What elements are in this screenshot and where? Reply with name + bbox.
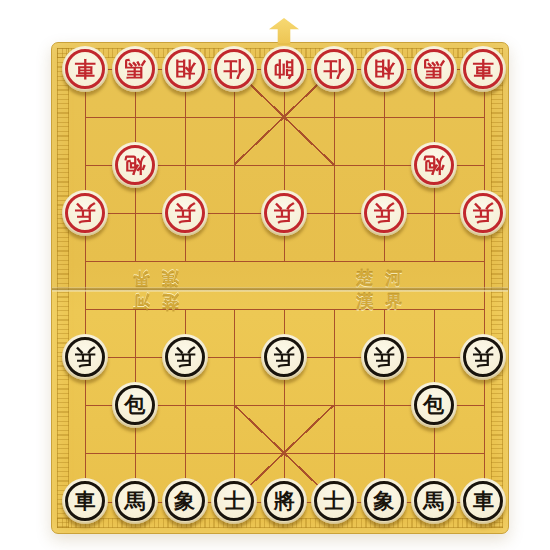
red-advisor-glyph: 仕: [314, 49, 354, 89]
fold-latch-arrow-icon: [269, 18, 299, 45]
red-horse-glyph: 馬: [414, 49, 454, 89]
piece-red-general[interactable]: 帥: [261, 46, 307, 92]
red-chariot-glyph: 車: [463, 49, 503, 89]
red-advisor-glyph: 仕: [214, 49, 254, 89]
red-horse-glyph: 馬: [115, 49, 155, 89]
black-soldier-glyph: 兵: [65, 337, 105, 377]
piece-red-soldier[interactable]: 兵: [62, 190, 108, 236]
screenshot-stage: 漢界 楚河 楚河 漢界 車馬相仕帥仕相馬車炮炮兵兵兵兵兵兵兵兵兵兵包包車馬象士將…: [0, 0, 550, 550]
black-advisor-glyph: 士: [314, 481, 354, 521]
black-elephant-glyph: 象: [165, 481, 205, 521]
piece-black-cannon[interactable]: 包: [112, 382, 158, 428]
piece-black-advisor[interactable]: 士: [211, 478, 257, 524]
black-soldier-glyph: 兵: [463, 337, 503, 377]
piece-red-advisor[interactable]: 仕: [311, 46, 357, 92]
piece-red-soldier[interactable]: 兵: [361, 190, 407, 236]
red-elephant-glyph: 相: [364, 49, 404, 89]
piece-red-elephant[interactable]: 相: [162, 46, 208, 92]
piece-red-horse[interactable]: 馬: [112, 46, 158, 92]
piece-black-cannon[interactable]: 包: [411, 382, 457, 428]
piece-red-chariot[interactable]: 車: [460, 46, 506, 92]
red-chariot-glyph: 車: [65, 49, 105, 89]
black-soldier-glyph: 兵: [165, 337, 205, 377]
piece-black-soldier[interactable]: 兵: [162, 334, 208, 380]
piece-red-elephant[interactable]: 相: [361, 46, 407, 92]
black-soldier-glyph: 兵: [264, 337, 304, 377]
piece-red-soldier[interactable]: 兵: [460, 190, 506, 236]
piece-black-elephant[interactable]: 象: [162, 478, 208, 524]
piece-red-cannon[interactable]: 炮: [411, 142, 457, 188]
pieces-layer: 車馬相仕帥仕相馬車炮炮兵兵兵兵兵兵兵兵兵兵包包車馬象士將士象馬車: [52, 43, 508, 533]
piece-red-soldier[interactable]: 兵: [162, 190, 208, 236]
piece-red-cannon[interactable]: 炮: [112, 142, 158, 188]
black-horse-glyph: 馬: [414, 481, 454, 521]
black-horse-glyph: 馬: [115, 481, 155, 521]
piece-black-elephant[interactable]: 象: [361, 478, 407, 524]
xiangqi-board: 漢界 楚河 楚河 漢界 車馬相仕帥仕相馬車炮炮兵兵兵兵兵兵兵兵兵兵包包車馬象士將…: [51, 42, 509, 534]
piece-black-chariot[interactable]: 車: [460, 478, 506, 524]
black-advisor-glyph: 士: [214, 481, 254, 521]
piece-black-chariot[interactable]: 車: [62, 478, 108, 524]
red-soldier-glyph: 兵: [264, 193, 304, 233]
red-general-glyph: 帥: [264, 49, 304, 89]
piece-black-horse[interactable]: 馬: [411, 478, 457, 524]
black-chariot-glyph: 車: [65, 481, 105, 521]
red-soldier-glyph: 兵: [463, 193, 503, 233]
black-elephant-glyph: 象: [364, 481, 404, 521]
red-soldier-glyph: 兵: [165, 193, 205, 233]
red-soldier-glyph: 兵: [364, 193, 404, 233]
piece-red-chariot[interactable]: 車: [62, 46, 108, 92]
piece-red-soldier[interactable]: 兵: [261, 190, 307, 236]
red-elephant-glyph: 相: [165, 49, 205, 89]
piece-black-soldier[interactable]: 兵: [62, 334, 108, 380]
piece-black-general[interactable]: 將: [261, 478, 307, 524]
black-cannon-glyph: 包: [115, 385, 155, 425]
piece-black-soldier[interactable]: 兵: [261, 334, 307, 380]
red-cannon-glyph: 炮: [115, 145, 155, 185]
black-chariot-glyph: 車: [463, 481, 503, 521]
black-general-glyph: 將: [264, 481, 304, 521]
piece-red-advisor[interactable]: 仕: [211, 46, 257, 92]
piece-black-advisor[interactable]: 士: [311, 478, 357, 524]
red-soldier-glyph: 兵: [65, 193, 105, 233]
piece-black-soldier[interactable]: 兵: [460, 334, 506, 380]
piece-black-horse[interactable]: 馬: [112, 478, 158, 524]
piece-black-soldier[interactable]: 兵: [361, 334, 407, 380]
black-soldier-glyph: 兵: [364, 337, 404, 377]
black-cannon-glyph: 包: [414, 385, 454, 425]
red-cannon-glyph: 炮: [414, 145, 454, 185]
piece-red-horse[interactable]: 馬: [411, 46, 457, 92]
